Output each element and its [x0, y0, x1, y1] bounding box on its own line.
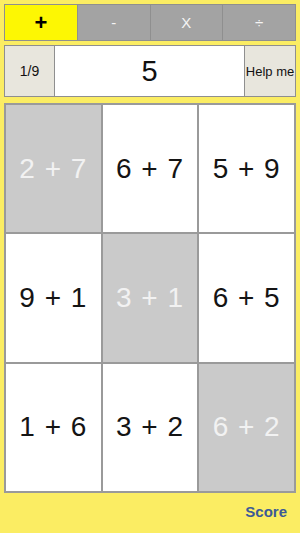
grid-cell-r1c2[interactable]: 6 + 5 — [199, 234, 294, 361]
question-progress: 1/9 — [5, 46, 55, 96]
grid-cell-r0c2[interactable]: 5 + 9 — [199, 105, 294, 232]
expression-grid: 2 + 7 6 + 7 5 + 9 9 + 1 3 + 1 6 + 5 1 + … — [4, 103, 296, 493]
grid-cell-r1c1[interactable]: 3 + 1 — [103, 234, 198, 361]
score-link[interactable]: Score — [245, 503, 287, 520]
operation-minus-button[interactable]: - — [78, 5, 150, 40]
grid-cell-r2c2[interactable]: 6 + 2 — [199, 364, 294, 491]
operation-multiply-button[interactable]: X — [151, 5, 223, 40]
grid-cell-r2c0[interactable]: 1 + 6 — [6, 364, 101, 491]
operation-divide-button[interactable]: ÷ — [223, 5, 295, 40]
app-screen: + - X ÷ 1/9 5 Help me 2 + 7 6 + 7 5 + 9 … — [0, 0, 300, 533]
grid-cell-r0c0[interactable]: 2 + 7 — [6, 105, 101, 232]
status-row: 1/9 5 Help me — [4, 45, 296, 97]
footer-bar: Score — [0, 493, 300, 533]
grid-cell-r1c0[interactable]: 9 + 1 — [6, 234, 101, 361]
grid-cell-r0c1[interactable]: 6 + 7 — [103, 105, 198, 232]
target-number: 5 — [55, 46, 244, 96]
operation-segmented-control: + - X ÷ — [4, 4, 296, 41]
help-me-button[interactable]: Help me — [244, 46, 295, 96]
operation-plus-button[interactable]: + — [5, 5, 77, 40]
grid-cell-r2c1[interactable]: 3 + 2 — [103, 364, 198, 491]
